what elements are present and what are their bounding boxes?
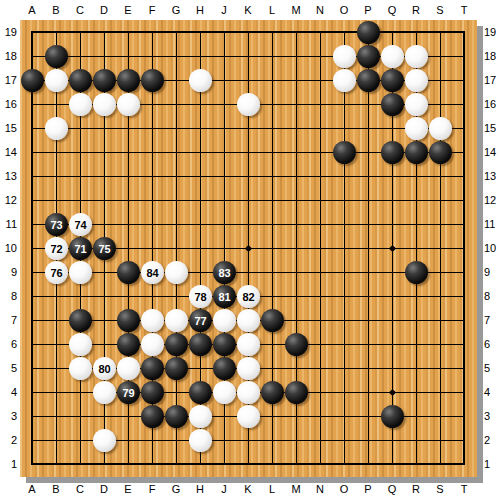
stone-black: [117, 69, 140, 92]
move-number: 74: [69, 213, 92, 236]
stone-black: [69, 309, 92, 332]
stone-black: [165, 405, 188, 428]
row-label-left: 2: [0, 432, 17, 448]
row-label-right: 11: [484, 216, 500, 232]
stone-black: [357, 69, 380, 92]
column-label-bottom: H: [188, 481, 212, 497]
stone-white: [117, 93, 140, 116]
stone-black: 79: [117, 381, 140, 404]
column-label-bottom: P: [356, 481, 380, 497]
column-label-top: M: [284, 2, 308, 18]
stone-white: [141, 333, 164, 356]
column-label-bottom: N: [308, 481, 332, 497]
stone-black: [285, 333, 308, 356]
column-label-top: D: [92, 2, 116, 18]
stone-black: [141, 357, 164, 380]
column-label-top: T: [452, 2, 476, 18]
row-label-right: 16: [484, 96, 500, 112]
stone-white: [333, 69, 356, 92]
move-number: 76: [45, 261, 68, 284]
stone-white: 74: [69, 213, 92, 236]
stone-white: [405, 117, 428, 140]
column-label-bottom: D: [92, 481, 116, 497]
column-label-top: P: [356, 2, 380, 18]
stone-white: [45, 117, 68, 140]
column-label-bottom: M: [284, 481, 308, 497]
stone-black: [357, 21, 380, 44]
stone-white: 82: [237, 285, 260, 308]
column-label-top: O: [332, 2, 356, 18]
row-label-left: 14: [0, 144, 17, 160]
column-label-bottom: B: [44, 481, 68, 497]
move-number: 77: [189, 309, 212, 332]
stone-white: [405, 45, 428, 68]
column-label-bottom: Q: [380, 481, 404, 497]
move-number: 78: [189, 285, 212, 308]
stone-black: [189, 333, 212, 356]
row-label-left: 10: [0, 240, 17, 256]
column-label-bottom: F: [140, 481, 164, 497]
stone-white: [69, 357, 92, 380]
stone-black: [285, 381, 308, 404]
go-board[interactable]: 7374727175768483788182778079: [20, 20, 477, 477]
row-label-right: 2: [484, 432, 500, 448]
stone-black: [45, 45, 68, 68]
stone-white: [213, 309, 236, 332]
stone-white: [189, 405, 212, 428]
grid-line-vertical: [440, 32, 441, 465]
stone-white: [69, 93, 92, 116]
stone-white: [69, 333, 92, 356]
stone-black: [93, 69, 116, 92]
stone-white: [237, 93, 260, 116]
stone-black: [117, 309, 140, 332]
stone-black: [213, 357, 236, 380]
grid-line-vertical: [368, 32, 369, 465]
column-label-top: E: [116, 2, 140, 18]
stone-black: [165, 357, 188, 380]
stone-black: 75: [93, 237, 116, 260]
stone-white: [165, 261, 188, 284]
stone-white: 80: [93, 357, 116, 380]
column-label-top: Q: [380, 2, 404, 18]
row-label-right: 1: [484, 456, 500, 472]
row-label-left: 18: [0, 48, 17, 64]
row-label-left: 9: [0, 264, 17, 280]
row-label-right: 6: [484, 336, 500, 352]
move-number: 72: [45, 237, 68, 260]
column-label-top: H: [188, 2, 212, 18]
stone-black: [141, 69, 164, 92]
stone-black: [189, 381, 212, 404]
stone-white: 76: [45, 261, 68, 284]
stone-black: [381, 93, 404, 116]
move-number: 79: [117, 381, 140, 404]
stone-white: [117, 357, 140, 380]
row-label-left: 16: [0, 96, 17, 112]
column-label-top: B: [44, 2, 68, 18]
column-label-top: C: [68, 2, 92, 18]
column-label-bottom: L: [260, 481, 284, 497]
row-label-left: 3: [0, 408, 17, 424]
column-label-bottom: K: [236, 481, 260, 497]
stone-black: 73: [45, 213, 68, 236]
move-number: 73: [45, 213, 68, 236]
stone-black: [357, 45, 380, 68]
column-label-bottom: C: [68, 481, 92, 497]
stone-black: [117, 261, 140, 284]
stone-white: 78: [189, 285, 212, 308]
move-number: 84: [141, 261, 164, 284]
row-label-left: 15: [0, 120, 17, 136]
column-label-top: S: [428, 2, 452, 18]
stone-white: [45, 69, 68, 92]
stone-white: [213, 381, 236, 404]
column-label-top: N: [308, 2, 332, 18]
column-label-bottom: J: [212, 481, 236, 497]
row-label-right: 17: [484, 72, 500, 88]
stone-black: [69, 69, 92, 92]
stone-white: [93, 93, 116, 116]
row-label-left: 13: [0, 168, 17, 184]
stone-white: [141, 309, 164, 332]
row-label-left: 6: [0, 336, 17, 352]
move-number: 80: [93, 357, 116, 380]
row-label-left: 19: [0, 24, 17, 40]
column-label-top: J: [212, 2, 236, 18]
grid-line-horizontal: [32, 272, 465, 273]
row-label-left: 11: [0, 216, 17, 232]
row-label-left: 12: [0, 192, 17, 208]
stone-white: [165, 309, 188, 332]
column-label-bottom: G: [164, 481, 188, 497]
go-diagram: 7374727175768483788182778079 AA1919BB181…: [0, 0, 500, 500]
move-number: 71: [69, 237, 92, 260]
stone-black: [333, 141, 356, 164]
stone-white: [237, 309, 260, 332]
stone-black: 77: [189, 309, 212, 332]
stone-white: [93, 429, 116, 452]
column-label-bottom: O: [332, 481, 356, 497]
stone-black: [261, 381, 284, 404]
stone-white: [69, 261, 92, 284]
stone-black: [381, 405, 404, 428]
stone-black: [117, 333, 140, 356]
stone-black: [141, 381, 164, 404]
column-label-top: A: [20, 2, 44, 18]
column-label-top: K: [236, 2, 260, 18]
row-label-right: 18: [484, 48, 500, 64]
stone-black: [405, 261, 428, 284]
row-label-right: 4: [484, 384, 500, 400]
stone-white: [405, 69, 428, 92]
stone-black: [165, 333, 188, 356]
board-shadow-right: [477, 26, 483, 483]
column-label-bottom: E: [116, 481, 140, 497]
stone-white: 72: [45, 237, 68, 260]
row-label-right: 19: [484, 24, 500, 40]
move-number: 82: [237, 285, 260, 308]
row-label-right: 7: [484, 312, 500, 328]
row-label-left: 1: [0, 456, 17, 472]
stone-white: [237, 381, 260, 404]
stone-white: 84: [141, 261, 164, 284]
stone-white: [93, 381, 116, 404]
stone-black: 71: [69, 237, 92, 260]
grid-line-vertical: [344, 32, 345, 465]
row-label-right: 14: [484, 144, 500, 160]
move-number: 81: [213, 285, 236, 308]
column-label-bottom: R: [404, 481, 428, 497]
stone-white: [405, 93, 428, 116]
stone-black: [405, 141, 428, 164]
row-label-left: 7: [0, 312, 17, 328]
stone-black: [381, 141, 404, 164]
stone-white: [237, 357, 260, 380]
stone-white: [381, 45, 404, 68]
stone-black: 83: [213, 261, 236, 284]
move-number: 83: [213, 261, 236, 284]
stone-white: [189, 429, 212, 452]
row-label-right: 13: [484, 168, 500, 184]
grid-line-vertical: [320, 32, 321, 465]
stone-white: [189, 69, 212, 92]
stone-black: [429, 141, 452, 164]
stone-black: 81: [213, 285, 236, 308]
column-label-top: F: [140, 2, 164, 18]
stone-white: [429, 117, 452, 140]
move-number: 75: [93, 237, 116, 260]
column-label-bottom: T: [452, 481, 476, 497]
row-label-right: 12: [484, 192, 500, 208]
stone-white: [333, 45, 356, 68]
row-label-right: 15: [484, 120, 500, 136]
row-label-right: 3: [484, 408, 500, 424]
column-label-top: R: [404, 2, 428, 18]
column-label-top: L: [260, 2, 284, 18]
stone-black: [141, 405, 164, 428]
column-label-bottom: S: [428, 481, 452, 497]
stone-black: [21, 69, 44, 92]
row-label-left: 17: [0, 72, 17, 88]
row-label-right: 8: [484, 288, 500, 304]
column-label-bottom: A: [20, 481, 44, 497]
row-label-right: 9: [484, 264, 500, 280]
stone-black: [213, 333, 236, 356]
row-label-left: 5: [0, 360, 17, 376]
stone-black: [381, 69, 404, 92]
stone-white: [237, 405, 260, 428]
row-label-left: 8: [0, 288, 17, 304]
stone-white: [237, 333, 260, 356]
column-label-top: G: [164, 2, 188, 18]
row-label-right: 10: [484, 240, 500, 256]
row-label-right: 5: [484, 360, 500, 376]
stone-black: [261, 309, 284, 332]
row-label-left: 4: [0, 384, 17, 400]
